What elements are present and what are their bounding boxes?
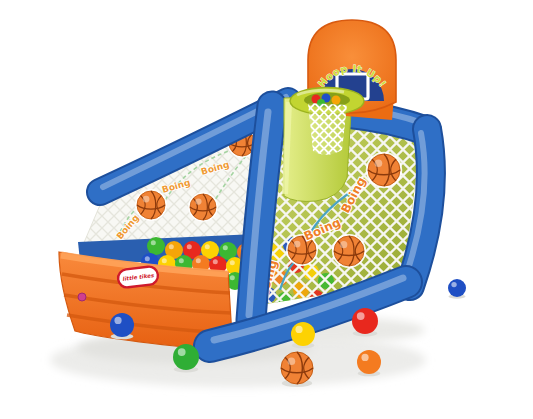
inflation-valve <box>78 293 86 301</box>
play-center-illustration: BoingBoingBoing little tikes BoingBoin <box>0 0 533 419</box>
brand-logo: little tikes <box>117 266 159 289</box>
product-photo: BoingBoingBoing little tikes BoingBoin <box>0 0 533 419</box>
